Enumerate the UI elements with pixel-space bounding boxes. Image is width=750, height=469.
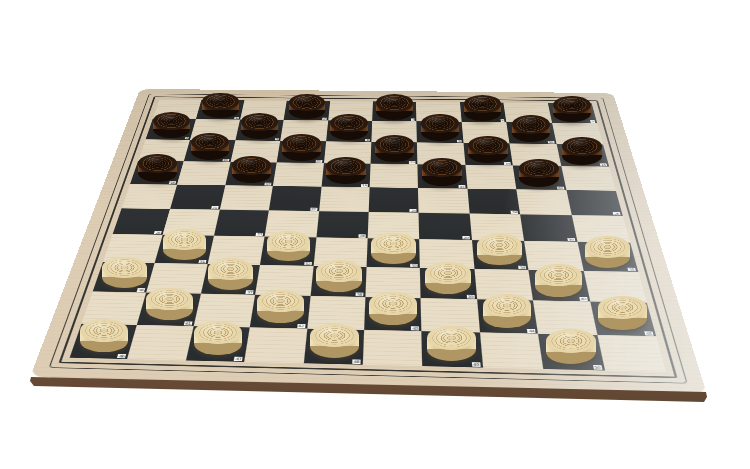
dark-checker[interactable]: [289, 94, 326, 120]
square-number-label: 46: [117, 354, 126, 358]
dark-checker[interactable]: [519, 159, 560, 188]
dark-checker[interactable]: [191, 133, 229, 160]
board-square[interactable]: [480, 332, 544, 369]
board-square[interactable]: 27: [214, 210, 269, 237]
checker-top-face: [371, 233, 415, 254]
square-number-label: 32: [304, 262, 312, 266]
checker-top-face: [102, 257, 147, 278]
board-square[interactable]: [517, 189, 572, 215]
board-square[interactable]: [319, 186, 370, 212]
square-number-label: 48: [352, 359, 360, 363]
board-square[interactable]: [363, 330, 423, 366]
light-checker[interactable]: [257, 290, 304, 323]
checker-top-face: [241, 113, 278, 131]
square-number-label: 40: [579, 297, 588, 301]
checker-top-face: [375, 135, 414, 154]
board-square[interactable]: [220, 185, 273, 210]
board-square[interactable]: [370, 164, 419, 188]
board-square[interactable]: [597, 335, 666, 372]
square-number-label: 36: [137, 288, 146, 292]
board-square[interactable]: [244, 327, 307, 363]
dark-checker[interactable]: [330, 114, 368, 140]
checker-top-face: [468, 136, 508, 155]
checker-top-face: [146, 288, 192, 310]
board-square[interactable]: 26: [113, 208, 171, 235]
board-square[interactable]: 29: [419, 213, 472, 240]
dark-checker[interactable]: [282, 134, 321, 161]
board-square[interactable]: 21: [170, 184, 225, 209]
board-square[interactable]: [178, 161, 231, 185]
checker-top-face: [477, 234, 522, 256]
light-checker[interactable]: [477, 234, 522, 265]
square-number-label: 41: [184, 321, 193, 325]
checker-top-face: [326, 157, 366, 176]
checker-top-face: [376, 94, 413, 112]
square-number-label: 47: [234, 357, 243, 361]
dark-checker[interactable]: [553, 96, 591, 122]
checker-top-face: [546, 329, 596, 353]
checker-top-face: [282, 134, 321, 153]
board-square[interactable]: 24: [467, 189, 520, 215]
checker-top-face: [232, 156, 272, 175]
checker-top-face: [421, 114, 459, 132]
square-number-label: 50: [593, 365, 602, 370]
dark-checker[interactable]: [232, 156, 272, 184]
light-checker[interactable]: [102, 257, 147, 288]
checker-top-face: [330, 114, 368, 132]
light-checker[interactable]: [316, 260, 362, 292]
light-checker[interactable]: [163, 229, 206, 259]
checker-top-face: [422, 158, 463, 177]
checker-top-face: [427, 326, 477, 350]
square-number-label: 33: [411, 264, 419, 268]
checker-top-face: [289, 94, 326, 112]
board-square[interactable]: 28: [316, 211, 369, 238]
checker-top-face: [535, 264, 582, 286]
dark-checker[interactable]: [512, 115, 551, 142]
board-square[interactable]: [561, 166, 616, 190]
checker-top-face: [512, 115, 551, 134]
checker-top-face: [483, 294, 531, 317]
board-square[interactable]: [122, 184, 178, 209]
checker-top-face: [310, 324, 359, 348]
board-square[interactable]: 25: [566, 190, 623, 216]
dark-checker[interactable]: [376, 94, 413, 120]
checker-top-face: [369, 292, 417, 315]
dark-checker[interactable]: [464, 95, 501, 121]
dark-checker[interactable]: [421, 114, 459, 141]
light-checker[interactable]: [267, 231, 311, 262]
dark-checker[interactable]: [422, 158, 463, 186]
checker-top-face: [80, 319, 128, 342]
board-square[interactable]: [127, 325, 193, 361]
light-checker[interactable]: [535, 264, 582, 297]
square-number-label: 38: [356, 293, 364, 297]
dark-checker[interactable]: [138, 154, 177, 181]
dark-checker[interactable]: [468, 136, 508, 164]
light-checker[interactable]: [369, 292, 417, 325]
square-number-label: 44: [527, 329, 536, 333]
dark-checker[interactable]: [241, 113, 278, 139]
checker-top-face: [202, 93, 238, 110]
checker-top-face: [553, 96, 591, 114]
board-square[interactable]: 22: [269, 186, 321, 211]
board-square[interactable]: [418, 188, 469, 214]
dark-checker[interactable]: [562, 137, 602, 165]
square-number-label: 39: [467, 295, 475, 299]
board-square[interactable]: 30: [520, 214, 577, 242]
board-square[interactable]: 23: [369, 187, 419, 213]
light-checker[interactable]: [483, 294, 531, 328]
light-checker[interactable]: [427, 326, 477, 361]
checker-top-face: [257, 290, 304, 313]
light-checker[interactable]: [194, 321, 242, 355]
checkers-photo-scene: 1234567891011121314151617181920212223242…: [0, 0, 750, 469]
light-checker[interactable]: [546, 329, 596, 364]
checker-top-face: [267, 231, 311, 252]
light-checker[interactable]: [208, 258, 253, 290]
checker-top-face: [562, 137, 602, 156]
checker-top-face: [153, 112, 190, 130]
checker-top-face: [464, 95, 501, 113]
light-checker[interactable]: [371, 233, 415, 264]
dark-checker[interactable]: [153, 112, 190, 138]
checker-top-face: [316, 260, 362, 282]
light-checker[interactable]: [80, 319, 128, 352]
light-checker[interactable]: [146, 288, 192, 320]
square-number-label: 42: [297, 324, 305, 328]
light-checker[interactable]: [598, 296, 647, 330]
square-number-label: 34: [518, 266, 526, 270]
square-number-label: 35: [627, 268, 636, 272]
board-square[interactable]: [465, 165, 516, 189]
dark-checker[interactable]: [375, 135, 414, 162]
light-checker[interactable]: [425, 262, 471, 294]
square-number-label: 49: [472, 362, 481, 367]
square-number-label: 37: [246, 290, 254, 294]
dark-checker[interactable]: [202, 93, 238, 118]
square-number-label: 45: [644, 331, 653, 335]
checker-top-face: [585, 236, 630, 258]
light-checker[interactable]: [310, 324, 359, 358]
dark-checker[interactable]: [326, 157, 366, 185]
light-checker[interactable]: [585, 236, 630, 268]
square-number-label: 43: [411, 326, 419, 330]
board-square[interactable]: [273, 163, 324, 187]
